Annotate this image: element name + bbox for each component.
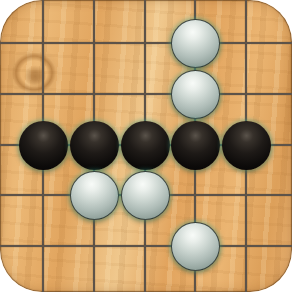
black-stone-r3c5[interactable] <box>222 121 271 170</box>
grid-hline-2 <box>0 93 292 95</box>
grid-hline-5 <box>0 245 292 247</box>
white-stone-r1c4[interactable] <box>171 19 220 68</box>
wood-knot <box>5 46 63 100</box>
gomoku-app-icon[interactable] <box>0 0 292 292</box>
black-stone-r3c1[interactable] <box>19 121 68 170</box>
black-stone-r3c4[interactable] <box>171 121 220 170</box>
white-stone-r2c4[interactable] <box>171 70 220 119</box>
white-stone-r5c4[interactable] <box>171 222 220 271</box>
white-stone-r4c2[interactable] <box>70 171 119 220</box>
white-stone-r4c3[interactable] <box>121 171 170 220</box>
black-stone-r3c2[interactable] <box>70 121 119 170</box>
screenshot-canvas <box>0 0 292 292</box>
black-stone-r3c3[interactable] <box>121 121 170 170</box>
grid-hline-1 <box>0 42 292 44</box>
